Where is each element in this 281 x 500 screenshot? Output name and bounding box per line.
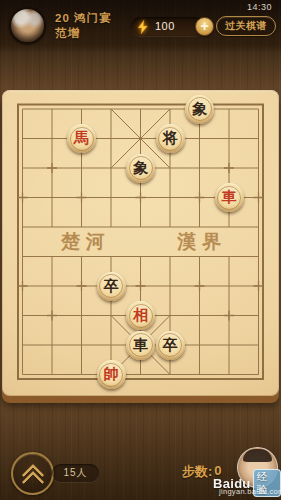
players-count-badge[interactable]: 15人 — [52, 464, 99, 482]
piece-black-卒[interactable]: 卒 — [156, 331, 185, 360]
piece-label: 帥 — [104, 367, 119, 382]
piece-black-車[interactable]: 車 — [126, 331, 155, 360]
piece-label: 将 — [163, 131, 178, 146]
xiangqi-app: 14:30 20 鸿门宴 范增 100 + 过关棋谱 楚河 漢界 象馬将象車卒相… — [0, 0, 281, 500]
piece-label: 車 — [133, 338, 148, 353]
level-title: 20 鸿门宴 — [55, 11, 112, 26]
piece-red-相[interactable]: 相 — [126, 301, 155, 330]
opponent-name: 范增 — [55, 26, 112, 41]
add-energy-button[interactable]: + — [195, 17, 214, 36]
piece-label: 象 — [133, 161, 148, 176]
lightning-icon — [138, 20, 148, 34]
piece-black-卒[interactable]: 卒 — [97, 272, 126, 301]
opponent-info: 20 鸿门宴 范增 — [55, 11, 112, 41]
records-button[interactable]: 过关棋谱 — [216, 16, 276, 36]
piece-label: 相 — [133, 308, 148, 323]
expand-menu-button[interactable] — [11, 452, 54, 495]
piece-red-車[interactable]: 車 — [215, 183, 244, 212]
steps-label: 步数: — [182, 463, 212, 481]
piece-label: 車 — [222, 190, 237, 205]
piece-red-帥[interactable]: 帥 — [97, 360, 126, 389]
piece-red-馬[interactable]: 馬 — [67, 124, 96, 153]
energy-value: 100 — [155, 20, 175, 32]
piece-label: 馬 — [74, 131, 89, 146]
piece-black-象[interactable]: 象 — [126, 154, 155, 183]
energy-pill[interactable]: 100 — [131, 17, 205, 36]
watermark-url: jingyan.baidu.com — [219, 487, 281, 496]
piece-layer: 象馬将象車卒相車卒帥 — [8, 94, 274, 389]
piece-label: 卒 — [163, 338, 178, 353]
piece-label: 象 — [192, 102, 207, 117]
piece-black-将[interactable]: 将 — [156, 124, 185, 153]
piece-label: 卒 — [104, 279, 119, 294]
opponent-avatar[interactable] — [9, 7, 46, 44]
xiangqi-board[interactable]: 楚河 漢界 象馬将象車卒相車卒帥 — [2, 90, 279, 396]
clock-time: 14:30 — [247, 2, 272, 12]
piece-black-象[interactable]: 象 — [185, 95, 214, 124]
